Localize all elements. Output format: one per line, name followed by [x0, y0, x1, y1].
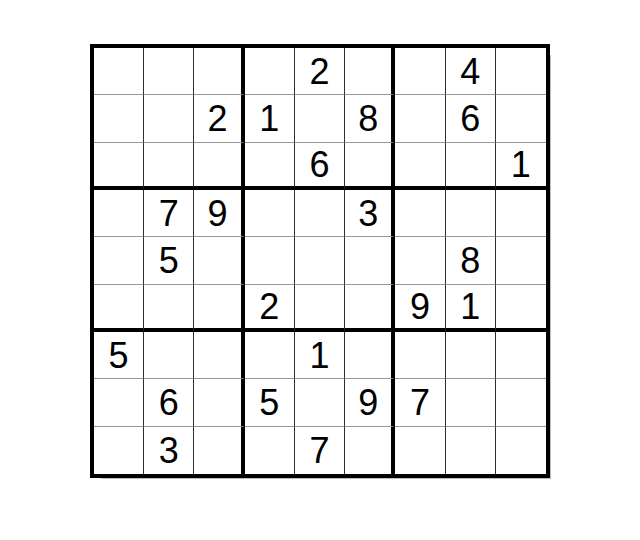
cell-r5c4[interactable] [245, 237, 295, 284]
cell-r5c6[interactable] [345, 237, 395, 284]
cell-r1c2[interactable] [144, 48, 194, 95]
cell-r8c5[interactable] [295, 379, 345, 426]
cell-r8c8[interactable] [446, 379, 496, 426]
cell-r7c3[interactable] [194, 332, 244, 379]
cell-r3c4[interactable] [245, 143, 295, 190]
cell-r4c9[interactable] [496, 190, 546, 237]
cell-r1c9[interactable] [496, 48, 546, 95]
cell-r8c6[interactable]: 9 [345, 379, 395, 426]
cell-r6c1[interactable] [94, 285, 144, 332]
cell-r1c4[interactable] [245, 48, 295, 95]
given-digit: 9 [208, 196, 228, 232]
cell-r9c6[interactable] [345, 427, 395, 474]
cell-r6c5[interactable] [295, 285, 345, 332]
given-digit: 1 [259, 101, 279, 137]
cell-r5c1[interactable] [94, 237, 144, 284]
cell-r4c1[interactable] [94, 190, 144, 237]
cell-r7c9[interactable] [496, 332, 546, 379]
cell-r5c5[interactable] [295, 237, 345, 284]
cell-r2c7[interactable] [395, 95, 445, 142]
cell-r3c8[interactable] [446, 143, 496, 190]
cell-r9c2[interactable]: 3 [144, 427, 194, 474]
cell-r7c6[interactable] [345, 332, 395, 379]
given-digit: 3 [159, 433, 179, 469]
cell-r9c7[interactable] [395, 427, 445, 474]
cell-r6c7[interactable]: 9 [395, 285, 445, 332]
cell-r2c5[interactable] [295, 95, 345, 142]
cell-r9c4[interactable] [245, 427, 295, 474]
cell-r1c3[interactable] [194, 48, 244, 95]
given-digit: 5 [109, 338, 129, 374]
cell-r4c6[interactable]: 3 [345, 190, 395, 237]
cell-r1c5[interactable]: 2 [295, 48, 345, 95]
cell-r4c5[interactable] [295, 190, 345, 237]
cell-r8c4[interactable]: 5 [245, 379, 295, 426]
cell-r2c9[interactable] [496, 95, 546, 142]
cell-r6c3[interactable] [194, 285, 244, 332]
cell-r5c9[interactable] [496, 237, 546, 284]
cell-r9c8[interactable] [446, 427, 496, 474]
cell-r1c8[interactable]: 4 [446, 48, 496, 95]
cell-r3c7[interactable] [395, 143, 445, 190]
cell-r7c2[interactable] [144, 332, 194, 379]
cell-r3c2[interactable] [144, 143, 194, 190]
given-digit: 6 [309, 147, 329, 183]
cell-r8c9[interactable] [496, 379, 546, 426]
given-digit: 7 [410, 385, 430, 421]
cell-r2c1[interactable] [94, 95, 144, 142]
given-digit: 9 [410, 289, 430, 325]
cell-r4c2[interactable]: 7 [144, 190, 194, 237]
given-digit: 6 [159, 385, 179, 421]
given-digit: 9 [358, 385, 378, 421]
cell-r6c6[interactable] [345, 285, 395, 332]
given-digit: 8 [358, 101, 378, 137]
sudoku-board: 242186617935829151659737 [90, 44, 550, 478]
given-digit: 5 [259, 385, 279, 421]
cell-r1c6[interactable] [345, 48, 395, 95]
cell-r3c3[interactable] [194, 143, 244, 190]
given-digit: 7 [159, 196, 179, 232]
cell-r6c2[interactable] [144, 285, 194, 332]
cell-r3c5[interactable]: 6 [295, 143, 345, 190]
cell-r3c1[interactable] [94, 143, 144, 190]
given-digit: 1 [309, 338, 329, 374]
given-digit: 2 [309, 54, 329, 90]
cell-r2c4[interactable]: 1 [245, 95, 295, 142]
cell-r3c9[interactable]: 1 [496, 143, 546, 190]
cell-r9c5[interactable]: 7 [295, 427, 345, 474]
cell-r7c8[interactable] [446, 332, 496, 379]
given-digit: 7 [309, 433, 329, 469]
cell-r2c8[interactable]: 6 [446, 95, 496, 142]
given-digit: 4 [460, 54, 480, 90]
cell-r7c7[interactable] [395, 332, 445, 379]
cell-r8c7[interactable]: 7 [395, 379, 445, 426]
cell-r7c1[interactable]: 5 [94, 332, 144, 379]
cell-r7c5[interactable]: 1 [295, 332, 345, 379]
cell-r4c8[interactable] [446, 190, 496, 237]
cell-r8c1[interactable] [94, 379, 144, 426]
cell-r4c7[interactable] [395, 190, 445, 237]
given-digit: 2 [208, 101, 228, 137]
cell-r7c4[interactable] [245, 332, 295, 379]
cell-r5c7[interactable] [395, 237, 445, 284]
sudoku-page: 242186617935829151659737 [0, 0, 640, 540]
given-digit: 3 [358, 196, 378, 232]
cell-r9c3[interactable] [194, 427, 244, 474]
cell-r4c3[interactable]: 9 [194, 190, 244, 237]
cell-r2c6[interactable]: 8 [345, 95, 395, 142]
cell-r6c9[interactable] [496, 285, 546, 332]
given-digit: 8 [460, 243, 480, 279]
given-digit: 1 [460, 289, 480, 325]
cell-r1c1[interactable] [94, 48, 144, 95]
cell-r8c3[interactable] [194, 379, 244, 426]
cell-r5c8[interactable]: 8 [446, 237, 496, 284]
cell-r6c8[interactable]: 1 [446, 285, 496, 332]
cell-r9c9[interactable] [496, 427, 546, 474]
cell-r2c2[interactable] [144, 95, 194, 142]
cell-r9c1[interactable] [94, 427, 144, 474]
given-digit: 5 [159, 243, 179, 279]
given-digit: 6 [460, 101, 480, 137]
cell-r8c2[interactable]: 6 [144, 379, 194, 426]
given-digit: 2 [259, 289, 279, 325]
cell-r3c6[interactable] [345, 143, 395, 190]
cell-r6c4[interactable]: 2 [245, 285, 295, 332]
given-digit: 1 [511, 147, 531, 183]
cell-r4c4[interactable] [245, 190, 295, 237]
cell-r5c2[interactable]: 5 [144, 237, 194, 284]
cell-r1c7[interactable] [395, 48, 445, 95]
cell-r2c3[interactable]: 2 [194, 95, 244, 142]
cell-r5c3[interactable] [194, 237, 244, 284]
